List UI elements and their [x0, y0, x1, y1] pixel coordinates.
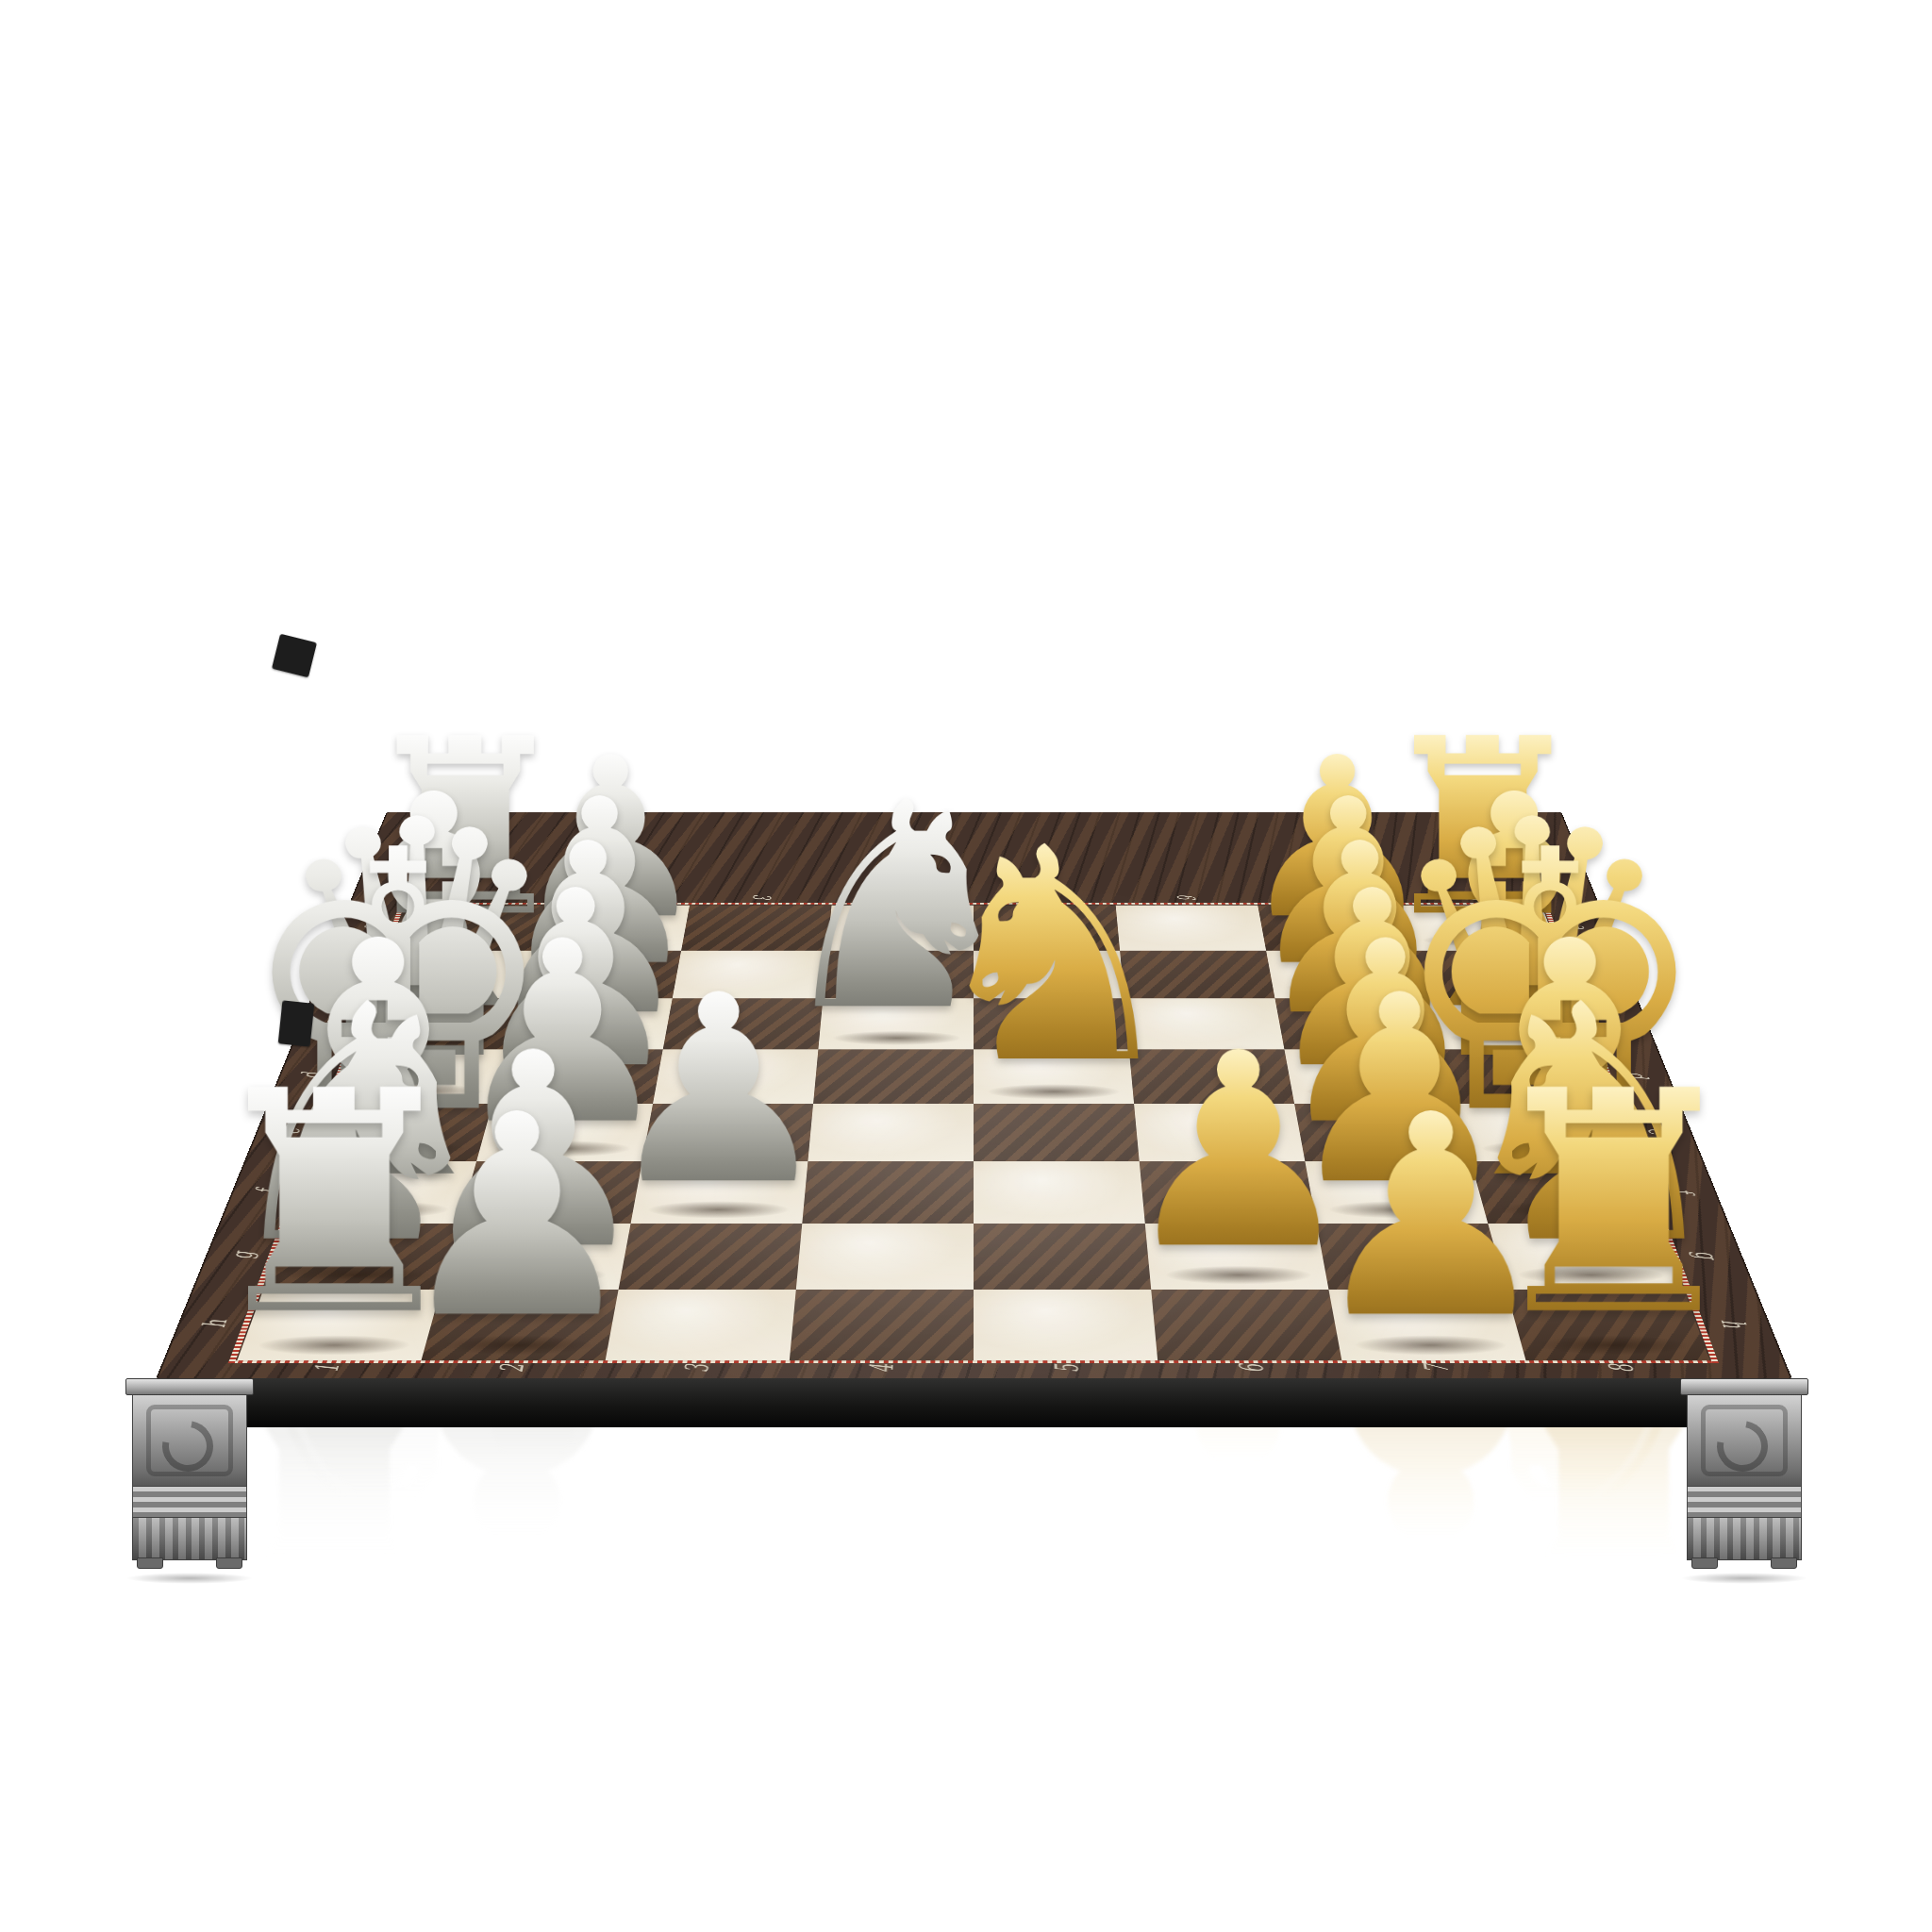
square-g1[interactable]: [263, 1224, 459, 1290]
square-h1[interactable]: [237, 1290, 441, 1360]
square-f4[interactable]: [802, 1161, 974, 1224]
square-c4[interactable]: [818, 998, 974, 1049]
square-c5[interactable]: [974, 998, 1129, 1049]
square-h2[interactable]: [421, 1290, 618, 1360]
square-e4[interactable]: [808, 1104, 974, 1161]
scroll-engraving: [146, 1405, 233, 1476]
foot-shadow: [1681, 1573, 1807, 1584]
foot-lip: [1680, 1378, 1808, 1395]
square-a3[interactable]: [681, 906, 831, 951]
square-f6[interactable]: [1140, 1161, 1317, 1224]
board-grid: [237, 906, 1710, 1361]
foot-body: [132, 1395, 247, 1487]
product-photo-stage: aabbccddeeffgghh1122334455667788♜♜♟♟♜♜♟♟…: [0, 0, 1932, 1932]
square-b1[interactable]: [371, 951, 535, 999]
square-a5[interactable]: [974, 906, 1120, 951]
square-d6[interactable]: [1129, 1049, 1294, 1104]
square-f3[interactable]: [631, 1161, 808, 1224]
hinge-clasp-left: [278, 1000, 315, 1046]
square-f2[interactable]: [459, 1161, 642, 1224]
square-b7[interactable]: [1266, 951, 1425, 999]
square-b3[interactable]: [673, 951, 827, 999]
square-a7[interactable]: [1257, 906, 1412, 951]
square-d8[interactable]: [1440, 1049, 1615, 1104]
square-d1[interactable]: [332, 1049, 508, 1104]
pewter-foot-left: [132, 1378, 247, 1569]
foot-ridges: [1687, 1487, 1802, 1517]
square-c3[interactable]: [663, 998, 824, 1049]
pewter-foot-right: [1687, 1378, 1802, 1569]
foot-base: [1687, 1517, 1802, 1560]
square-d3[interactable]: [653, 1049, 818, 1104]
square-h6[interactable]: [1151, 1290, 1341, 1360]
square-c1[interactable]: [352, 998, 522, 1049]
square-f5[interactable]: [974, 1161, 1145, 1224]
square-b5[interactable]: [974, 951, 1124, 999]
board-side-rail: [151, 1378, 1794, 1427]
foot-shadow: [126, 1573, 253, 1584]
square-h5[interactable]: [974, 1290, 1158, 1360]
foot-pad: [1691, 1557, 1718, 1569]
square-f8[interactable]: [1471, 1161, 1659, 1224]
square-g2[interactable]: [441, 1224, 630, 1290]
square-a6[interactable]: [1116, 906, 1266, 951]
square-g6[interactable]: [1145, 1224, 1329, 1290]
square-h8[interactable]: [1507, 1290, 1710, 1360]
foot-pad: [137, 1557, 163, 1569]
square-h3[interactable]: [606, 1290, 796, 1360]
square-e7[interactable]: [1294, 1104, 1471, 1161]
square-g4[interactable]: [796, 1224, 974, 1290]
square-h4[interactable]: [790, 1290, 974, 1360]
foot-body: [1687, 1395, 1802, 1487]
square-e8[interactable]: [1455, 1104, 1637, 1161]
square-d5[interactable]: [974, 1049, 1134, 1104]
square-e2[interactable]: [476, 1104, 653, 1161]
square-e6[interactable]: [1134, 1104, 1305, 1161]
square-b2[interactable]: [522, 951, 681, 999]
square-c6[interactable]: [1124, 998, 1285, 1049]
square-g3[interactable]: [619, 1224, 803, 1290]
foot-lip: [125, 1378, 254, 1395]
square-e1[interactable]: [310, 1104, 492, 1161]
square-c2[interactable]: [508, 998, 673, 1049]
square-d2[interactable]: [492, 1049, 663, 1104]
square-c8[interactable]: [1425, 998, 1595, 1049]
square-a2[interactable]: [535, 906, 690, 951]
square-c7[interactable]: [1274, 998, 1440, 1049]
square-h7[interactable]: [1328, 1290, 1525, 1360]
square-b4[interactable]: [823, 951, 974, 999]
square-e3[interactable]: [642, 1104, 813, 1161]
chess-board: aabbccddeeffgghh1122334455667788♜♜♟♟♜♜♟♟…: [156, 812, 1792, 1379]
square-a1[interactable]: [389, 906, 547, 951]
foot-pad: [1771, 1557, 1797, 1569]
square-g7[interactable]: [1317, 1224, 1507, 1290]
board-3d-scene: aabbccddeeffgghh1122334455667788♜♜♟♟♜♜♟♟…: [0, 0, 1932, 1932]
square-b8[interactable]: [1412, 951, 1576, 999]
scroll-engraving: [1701, 1405, 1788, 1476]
square-d7[interactable]: [1284, 1049, 1455, 1104]
square-g8[interactable]: [1488, 1224, 1684, 1290]
foot-pad: [216, 1557, 242, 1569]
square-g5[interactable]: [974, 1224, 1151, 1290]
square-d4[interactable]: [813, 1049, 974, 1104]
foot-ridges: [132, 1487, 247, 1517]
square-a4[interactable]: [827, 906, 974, 951]
foot-base: [132, 1517, 247, 1560]
square-a8[interactable]: [1400, 906, 1558, 951]
square-f1[interactable]: [288, 1161, 476, 1224]
square-b6[interactable]: [1120, 951, 1274, 999]
square-e5[interactable]: [974, 1104, 1140, 1161]
square-f7[interactable]: [1305, 1161, 1488, 1224]
